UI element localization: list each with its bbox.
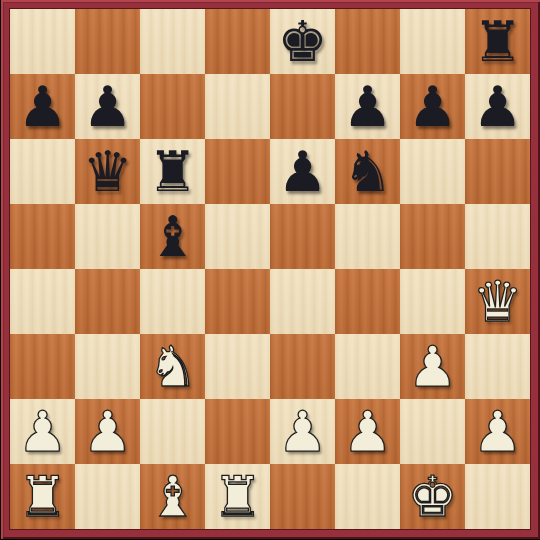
square-g7[interactable]: ♟ (400, 74, 465, 139)
square-c1[interactable]: ♝ (140, 464, 205, 529)
square-e2[interactable]: ♟ (270, 399, 335, 464)
piece-black-pawn[interactable]: ♟ (277, 139, 327, 204)
square-c8[interactable] (140, 9, 205, 74)
square-e4[interactable] (270, 269, 335, 334)
square-f3[interactable] (335, 334, 400, 399)
square-b3[interactable] (75, 334, 140, 399)
square-h4[interactable]: ♛ (465, 269, 530, 334)
square-a8[interactable] (10, 9, 75, 74)
square-h6[interactable] (465, 139, 530, 204)
piece-black-pawn[interactable]: ♟ (407, 74, 457, 139)
square-g2[interactable] (400, 399, 465, 464)
square-e6[interactable]: ♟ (270, 139, 335, 204)
square-g8[interactable] (400, 9, 465, 74)
square-h1[interactable] (465, 464, 530, 529)
square-d2[interactable] (205, 399, 270, 464)
square-g1[interactable]: ♚ (400, 464, 465, 529)
square-h5[interactable] (465, 204, 530, 269)
piece-black-king[interactable]: ♚ (277, 9, 327, 74)
square-a2[interactable]: ♟ (10, 399, 75, 464)
square-c2[interactable] (140, 399, 205, 464)
square-c3[interactable]: ♞ (140, 334, 205, 399)
square-f2[interactable]: ♟ (335, 399, 400, 464)
square-d5[interactable] (205, 204, 270, 269)
square-b4[interactable] (75, 269, 140, 334)
square-a4[interactable] (10, 269, 75, 334)
piece-black-bishop[interactable]: ♝ (147, 204, 197, 269)
square-b6[interactable]: ♛ (75, 139, 140, 204)
square-a5[interactable] (10, 204, 75, 269)
piece-black-queen[interactable]: ♛ (82, 139, 132, 204)
square-b2[interactable]: ♟ (75, 399, 140, 464)
square-b5[interactable] (75, 204, 140, 269)
square-f5[interactable] (335, 204, 400, 269)
square-h2[interactable]: ♟ (465, 399, 530, 464)
piece-white-rook[interactable]: ♜ (212, 464, 262, 529)
board-frame: ♚♜♟♟♟♟♟♛♜♟♞♝♛♞♟♟♟♟♟♟♜♝♜♚ (0, 0, 540, 540)
piece-black-pawn[interactable]: ♟ (342, 74, 392, 139)
square-b7[interactable]: ♟ (75, 74, 140, 139)
square-c7[interactable] (140, 74, 205, 139)
piece-white-knight[interactable]: ♞ (147, 334, 197, 399)
square-e7[interactable] (270, 74, 335, 139)
square-c4[interactable] (140, 269, 205, 334)
piece-white-pawn[interactable]: ♟ (277, 399, 327, 464)
square-d1[interactable]: ♜ (205, 464, 270, 529)
square-b1[interactable] (75, 464, 140, 529)
square-d6[interactable] (205, 139, 270, 204)
piece-black-rook[interactable]: ♜ (472, 9, 522, 74)
piece-black-pawn[interactable]: ♟ (472, 74, 522, 139)
square-h7[interactable]: ♟ (465, 74, 530, 139)
piece-white-rook[interactable]: ♜ (17, 464, 67, 529)
square-g5[interactable] (400, 204, 465, 269)
piece-black-rook[interactable]: ♜ (147, 139, 197, 204)
piece-white-bishop[interactable]: ♝ (147, 464, 197, 529)
piece-black-pawn[interactable]: ♟ (82, 74, 132, 139)
square-a1[interactable]: ♜ (10, 464, 75, 529)
piece-black-pawn[interactable]: ♟ (17, 74, 67, 139)
piece-white-queen[interactable]: ♛ (472, 269, 522, 334)
square-g3[interactable]: ♟ (400, 334, 465, 399)
square-b8[interactable] (75, 9, 140, 74)
square-h8[interactable]: ♜ (465, 9, 530, 74)
square-g4[interactable] (400, 269, 465, 334)
square-e8[interactable]: ♚ (270, 9, 335, 74)
piece-white-pawn[interactable]: ♟ (342, 399, 392, 464)
square-a7[interactable]: ♟ (10, 74, 75, 139)
square-f1[interactable] (335, 464, 400, 529)
piece-white-pawn[interactable]: ♟ (17, 399, 67, 464)
piece-white-pawn[interactable]: ♟ (407, 334, 457, 399)
square-f6[interactable]: ♞ (335, 139, 400, 204)
square-f8[interactable] (335, 9, 400, 74)
square-h3[interactable] (465, 334, 530, 399)
chess-board: ♚♜♟♟♟♟♟♛♜♟♞♝♛♞♟♟♟♟♟♟♜♝♜♚ (9, 8, 531, 530)
square-d3[interactable] (205, 334, 270, 399)
piece-black-knight[interactable]: ♞ (342, 139, 392, 204)
square-a3[interactable] (10, 334, 75, 399)
square-d4[interactable] (205, 269, 270, 334)
piece-white-king[interactable]: ♚ (407, 464, 457, 529)
square-d8[interactable] (205, 9, 270, 74)
piece-white-pawn[interactable]: ♟ (82, 399, 132, 464)
square-f7[interactable]: ♟ (335, 74, 400, 139)
piece-white-pawn[interactable]: ♟ (472, 399, 522, 464)
square-c6[interactable]: ♜ (140, 139, 205, 204)
square-g6[interactable] (400, 139, 465, 204)
square-f4[interactable] (335, 269, 400, 334)
square-d7[interactable] (205, 74, 270, 139)
square-e5[interactable] (270, 204, 335, 269)
square-e1[interactable] (270, 464, 335, 529)
square-e3[interactable] (270, 334, 335, 399)
square-c5[interactable]: ♝ (140, 204, 205, 269)
square-a6[interactable] (10, 139, 75, 204)
